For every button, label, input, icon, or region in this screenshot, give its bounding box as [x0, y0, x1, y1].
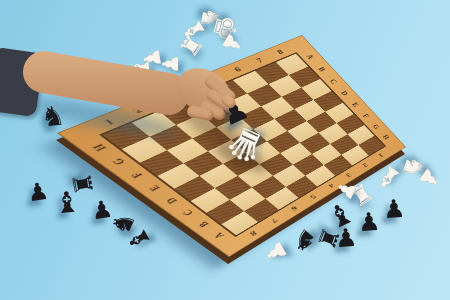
black-knight-piece: ♞ — [287, 224, 322, 259]
white-knight-piece: ♞ — [397, 152, 431, 184]
black-pawn-piece: ♟ — [334, 225, 358, 252]
white-pawn-piece: ♟ — [140, 46, 165, 69]
black-rook-piece: ♜ — [313, 224, 343, 252]
black-pawn-piece: ♟ — [90, 197, 115, 224]
white-pawn-piece: ♟ — [414, 164, 443, 193]
white-pawn-piece: ♟ — [260, 237, 292, 268]
white-king-piece: ♚ — [207, 11, 243, 45]
forearm — [20, 48, 193, 119]
white-knight-piece: ♞ — [196, 5, 223, 30]
black-bishop-piece: ♝ — [122, 222, 156, 255]
scene: ♞♝♚♜♟♟♝♟ ABCDEFGHHGFEDCBA876543211234567… — [0, 0, 450, 300]
white-rook-piece: ♜ — [176, 30, 208, 61]
black-pawn-piece: ♟ — [26, 179, 51, 206]
black-bishop-piece: ♝ — [323, 197, 359, 234]
black-pawn-piece: ♟ — [382, 196, 406, 223]
black-bishop-piece: ♝ — [53, 187, 81, 218]
white-bishop-piece: ♝ — [177, 13, 211, 46]
black-pawn-piece: ♟ — [357, 209, 381, 236]
black-knight-piece: ♞ — [40, 101, 66, 130]
white-pawn-piece: ♟ — [218, 29, 247, 57]
